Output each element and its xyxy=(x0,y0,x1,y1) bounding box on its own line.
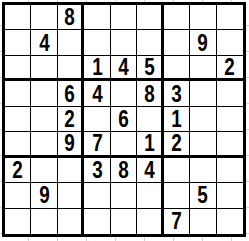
cell-r7c1[interactable]: 2 xyxy=(5,158,31,183)
given-digit: 8 xyxy=(118,158,128,182)
cell-r8c1[interactable] xyxy=(5,183,31,208)
given-digit: 5 xyxy=(198,183,208,207)
cell-r9c9[interactable] xyxy=(217,209,243,234)
cell-r4c6[interactable]: 8 xyxy=(137,81,163,106)
cell-r1c9[interactable] xyxy=(217,5,243,30)
given-digit: 9 xyxy=(198,31,208,55)
cell-r8c8[interactable]: 5 xyxy=(190,183,216,208)
given-digit: 1 xyxy=(144,132,154,155)
given-digit: 9 xyxy=(64,132,74,155)
cell-r4c5[interactable] xyxy=(111,81,137,106)
cell-r5c4[interactable] xyxy=(84,107,110,132)
given-digit: 4 xyxy=(92,82,102,106)
cell-r2c1[interactable] xyxy=(5,30,31,55)
sudoku-board: 8491452648326197122384957 xyxy=(2,2,246,237)
cell-r2c9[interactable] xyxy=(217,30,243,55)
cell-r2c8[interactable]: 9 xyxy=(190,30,216,55)
cell-r4c4[interactable]: 4 xyxy=(84,81,110,106)
cell-r2c5[interactable] xyxy=(111,30,137,55)
cell-r8c6[interactable] xyxy=(137,183,163,208)
given-digit: 1 xyxy=(92,56,102,79)
cell-r8c9[interactable] xyxy=(217,183,243,208)
cell-r7c9[interactable] xyxy=(217,158,243,183)
cell-r6c8[interactable] xyxy=(190,132,216,157)
cell-r9c6[interactable] xyxy=(137,209,163,234)
given-digit: 3 xyxy=(171,82,181,106)
cell-r2c7[interactable] xyxy=(164,30,190,55)
cell-r6c5[interactable] xyxy=(111,132,137,157)
cell-r3c1[interactable] xyxy=(5,56,31,81)
cell-r5c7[interactable]: 1 xyxy=(164,107,190,132)
given-digit: 6 xyxy=(118,107,128,131)
cell-r4c3[interactable]: 6 xyxy=(58,81,84,106)
given-digit: 6 xyxy=(64,82,74,106)
cell-r5c6[interactable] xyxy=(137,107,163,132)
cell-r3c3[interactable] xyxy=(58,56,84,81)
given-digit: 8 xyxy=(64,5,74,29)
cell-r4c9[interactable] xyxy=(217,81,243,106)
cell-r1c2[interactable] xyxy=(31,5,57,30)
cell-r6c4[interactable]: 7 xyxy=(84,132,110,157)
cell-r5c1[interactable] xyxy=(5,107,31,132)
cell-r1c4[interactable] xyxy=(84,5,110,30)
given-digit: 8 xyxy=(144,82,154,106)
cell-r4c8[interactable] xyxy=(190,81,216,106)
cell-r5c8[interactable] xyxy=(190,107,216,132)
cell-r7c2[interactable] xyxy=(31,158,57,183)
cell-r2c6[interactable] xyxy=(137,30,163,55)
cell-r3c7[interactable] xyxy=(164,56,190,81)
cell-r9c5[interactable] xyxy=(111,209,137,234)
cell-r1c5[interactable] xyxy=(111,5,137,30)
cell-r6c9[interactable] xyxy=(217,132,243,157)
cell-r8c7[interactable] xyxy=(164,183,190,208)
cell-r3c4[interactable]: 1 xyxy=(84,56,110,81)
cell-r6c2[interactable] xyxy=(31,132,57,157)
cell-r4c2[interactable] xyxy=(31,81,57,106)
cell-r8c5[interactable] xyxy=(111,183,137,208)
cell-r4c7[interactable]: 3 xyxy=(164,81,190,106)
cell-r9c1[interactable] xyxy=(5,209,31,234)
cell-r2c2[interactable]: 4 xyxy=(31,30,57,55)
cell-r6c7[interactable]: 2 xyxy=(164,132,190,157)
given-digit: 2 xyxy=(12,158,22,182)
cell-r6c6[interactable]: 1 xyxy=(137,132,163,157)
cell-r9c3[interactable] xyxy=(58,209,84,234)
cell-r1c7[interactable] xyxy=(164,5,190,30)
cell-r3c8[interactable] xyxy=(190,56,216,81)
given-digit: 3 xyxy=(92,158,102,182)
cell-r5c9[interactable] xyxy=(217,107,243,132)
cell-r8c2[interactable]: 9 xyxy=(31,183,57,208)
given-digit: 4 xyxy=(118,56,128,79)
cell-r9c8[interactable] xyxy=(190,209,216,234)
cell-r8c4[interactable] xyxy=(84,183,110,208)
cell-r7c8[interactable] xyxy=(190,158,216,183)
given-digit: 1 xyxy=(171,107,181,131)
cell-r3c9[interactable]: 2 xyxy=(217,56,243,81)
cell-r5c3[interactable]: 2 xyxy=(58,107,84,132)
cell-r6c3[interactable]: 9 xyxy=(58,132,84,157)
cell-r3c2[interactable] xyxy=(31,56,57,81)
cell-r1c1[interactable] xyxy=(5,5,31,30)
cell-r7c3[interactable] xyxy=(58,158,84,183)
cell-r9c4[interactable] xyxy=(84,209,110,234)
cell-r5c2[interactable] xyxy=(31,107,57,132)
cell-r1c3[interactable]: 8 xyxy=(58,5,84,30)
cell-r4c1[interactable] xyxy=(5,81,31,106)
cell-r1c6[interactable] xyxy=(137,5,163,30)
cell-r7c4[interactable]: 3 xyxy=(84,158,110,183)
sudoku-screenshot: 8491452648326197122384957 xyxy=(0,0,249,241)
cell-r2c3[interactable] xyxy=(58,30,84,55)
given-digit: 2 xyxy=(64,107,74,131)
cell-r9c7[interactable]: 7 xyxy=(164,209,190,234)
given-digit: 5 xyxy=(144,56,154,79)
cell-r9c2[interactable] xyxy=(31,209,57,234)
given-digit: 9 xyxy=(39,183,49,207)
cell-r3c5[interactable]: 4 xyxy=(111,56,137,81)
given-digit: 4 xyxy=(144,158,154,182)
given-digit: 2 xyxy=(171,132,181,155)
cell-r6c1[interactable] xyxy=(5,132,31,157)
cell-r8c3[interactable] xyxy=(58,183,84,208)
given-digit: 4 xyxy=(39,31,49,55)
given-digit: 2 xyxy=(225,56,235,79)
cell-r5c5[interactable]: 6 xyxy=(111,107,137,132)
cell-r7c7[interactable] xyxy=(164,158,190,183)
cell-r2c4[interactable] xyxy=(84,30,110,55)
cell-r1c8[interactable] xyxy=(190,5,216,30)
given-digit: 7 xyxy=(171,209,181,233)
given-digit: 7 xyxy=(92,132,102,155)
cell-r7c5[interactable]: 8 xyxy=(111,158,137,183)
cell-r7c6[interactable]: 4 xyxy=(137,158,163,183)
cell-r3c6[interactable]: 5 xyxy=(137,56,163,81)
